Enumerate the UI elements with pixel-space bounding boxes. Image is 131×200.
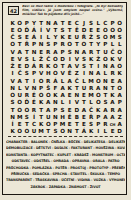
grid-cell: P [95,113,102,120]
grid-cell: K [109,92,116,99]
grid-cell: Y [52,34,59,41]
grid-cell: V [59,70,66,77]
grid-cell: I [38,34,45,41]
grid-cell: R [102,121,109,128]
grid-cell: E [109,128,116,135]
grid-cell: I [9,70,16,77]
grid-cell: A [16,77,23,84]
grid-cell: O [59,128,66,135]
grid-cell: S [59,26,66,33]
grid-cell: S [16,34,23,41]
grid-cell: O [16,128,23,135]
grid-cell: T [88,41,95,48]
grid-cell: F [52,84,59,91]
grid-cell: V [73,63,80,70]
grid-cell: O [52,63,59,70]
grid-cell: A [109,113,116,120]
grid-cell: K [9,19,16,26]
grid-cell: E [9,55,16,62]
grid-cell: C [73,19,80,26]
grid-cell: V [9,77,16,84]
grid-cell: A [95,70,102,77]
grid-cell: N [38,41,45,48]
grid-cell: J [80,19,87,26]
grid-cell: A [45,99,52,106]
grid-cell: Z [73,70,80,77]
grid-cell: R [45,77,52,84]
grid-cell: O [38,92,45,99]
grid-cell: Y [95,41,102,48]
grid-cell: D [23,63,30,70]
grid-cell: N [52,99,59,106]
grid-cell: V [9,48,16,55]
grid-cell: Ě [73,26,80,33]
grid-cell: L [80,77,87,84]
grid-cell: U [16,92,23,99]
grid-cell: O [116,63,123,70]
grid-cell: E [80,113,87,120]
grid-cell: A [59,92,66,99]
grid-cell: T [52,26,59,33]
grid-cell: O [66,41,73,48]
grid-cell: N [9,84,16,91]
grid-cell: S [80,55,87,62]
grid-cell: L [30,55,37,62]
grid-cell: S [88,19,95,26]
grid-cell: O [45,92,52,99]
grid-cell: I [95,128,102,135]
grid-cell: L [59,99,66,106]
grid-cell: T [45,128,52,135]
grid-cell: E [80,121,87,128]
grid-cell: Ž [38,55,45,62]
word-list: CHARAKTER - BALONEK - ČNĚLKA - BŮČEK - D… [6,139,125,190]
grid-cell: Č [9,34,16,41]
grid-cell: U [30,128,37,135]
grid-cell: O [9,92,16,99]
grid-cell: A [66,77,73,84]
grid-cell: V [73,99,80,106]
grid-cell: E [66,34,73,41]
grid-cell: A [16,48,23,55]
grid-cell: S [23,70,30,77]
grid-cell: M [88,92,95,99]
grid-cell: E [38,48,45,55]
grid-cell: M [16,113,23,120]
grid-cell: R [88,48,95,55]
grid-cell: I [66,55,73,62]
grid-cell: Y [30,19,37,26]
grid-cell: N [73,48,80,55]
grid-cell: T [73,121,80,128]
grid-cell: O [102,26,109,33]
grid-cell: S [80,63,87,70]
grid-cell: A [116,77,123,84]
grid-cell: É [30,99,37,106]
grid-cell: P [30,70,37,77]
grid-cell: O [16,26,23,33]
grid-cell: Ď [23,26,30,33]
grid-cell: L [95,19,102,26]
grid-cell: T [59,63,66,70]
grid-cell: V [16,55,23,62]
grid-cell: E [109,77,116,84]
grid-cell: E [88,26,95,33]
grid-cell: U [73,34,80,41]
grid-cell: R [88,84,95,91]
grid-cell: P [38,84,45,91]
word-list-line: ODSTAVEC - ODSTŘEL - OHRADA - OPRAVNA - … [6,158,125,164]
grid-cell: P [52,41,59,48]
grid-cell: M [88,77,95,84]
grid-cell: I [30,77,37,84]
grid-cell: Á [80,128,87,135]
grid-cell: D [80,26,87,33]
grid-cell: T [38,19,45,26]
grid-cell: A [66,63,73,70]
grid-cell: R [109,70,116,77]
grid-cell: O [9,41,16,48]
grid-cell: N [30,84,37,91]
grid-cell: O [102,55,109,62]
grid-cell: Ř [88,113,95,120]
grid-cell: O [116,19,123,26]
grid-cell: Ž [95,55,102,62]
grid-cell: CH [109,121,116,128]
grid-cell: B [73,113,80,120]
grid-cell: O [95,77,102,84]
grid-cell: Č [88,106,95,113]
puzzle-clue-text: Baví se muž rádce s modelkou i fotografa… [22,5,123,17]
grid-cell: Ď [23,99,30,106]
grid-cell: S [59,106,66,113]
grid-cell: V [116,55,123,62]
grid-cell: S [88,121,95,128]
grid-cell: Č [16,70,23,77]
grid-cell: P [109,19,116,26]
grid-cell: V [38,70,45,77]
grid-cell: E [66,19,73,26]
grid-cell: A [116,121,123,128]
grid-cell: N [102,63,109,70]
grid-cell: Í [38,26,45,33]
grid-cell: Ě [66,70,73,77]
grid-cell: K [109,55,116,62]
grid-cell: L [102,128,109,135]
grid-cell: E [66,92,73,99]
grid-cell: É [30,92,37,99]
grid-cell: T [80,99,87,106]
grid-cell: O [80,41,87,48]
word-list-line: DEMOBILIZACE - DĚTSTVÍ - DUDLÍK - FAKTUR… [6,145,125,151]
grid-cell: L [88,99,95,106]
grid-cell: U [80,84,87,91]
grid-cell: T [9,106,16,113]
grid-cell: N [102,77,109,84]
grid-cell: K [88,55,95,62]
grid-cell: O [16,19,23,26]
grid-cell: L [16,84,23,91]
grid-cell: N [102,84,109,91]
grid-cell: A [45,106,52,113]
grid-cell: L [116,41,123,48]
grid-cell: N [9,113,16,120]
grid-cell: T [109,84,116,91]
grid-cell: P [95,121,102,128]
grid-cell: T [23,48,30,55]
grid-cell: Í [30,113,37,120]
grid-cell: N [45,19,52,26]
grid-cell: L [45,34,52,41]
grid-cell: D [73,106,80,113]
grid-cell: P [59,48,66,55]
grid-cell: Č [45,55,52,62]
grid-cell: Á [30,63,37,70]
grid-cell: L [102,70,109,77]
grid-cell: S [45,41,52,48]
grid-cell: D [59,55,66,62]
grid-cell: E [80,92,87,99]
grid-cell: K [52,92,59,99]
grid-cell: I [80,70,87,77]
grid-cell: E [16,121,23,128]
grid-cell: O [23,106,30,113]
grid-cell: Ř [23,41,30,48]
grid-cell: Š [45,84,52,91]
grid-cell: V [73,55,80,62]
grid-cell: N [88,70,95,77]
grid-cell: O [109,26,116,33]
puzzle-number-box: 42 [8,6,19,15]
grid-cell: N [73,92,80,99]
grid-cell: O [116,48,123,55]
grid-cell: A [95,84,102,91]
grid-cell: V [45,26,52,33]
grid-cell: A [102,113,109,120]
grid-cell: O [23,128,30,135]
grid-cell: Ž [88,34,95,41]
grid-cell: K [95,106,102,113]
grid-cell: E [9,26,16,33]
grid-cell: Ě [66,113,73,120]
grid-cell: K [38,121,45,128]
grid-cell: O [16,106,23,113]
grid-cell: T [73,128,80,135]
grid-cell: O [116,26,123,33]
grid-cell: L [59,77,66,84]
grid-cell: T [38,113,45,120]
grid-cell: D [116,128,123,135]
grid-cell: N [30,48,37,55]
grid-cell: R [38,63,45,70]
grid-cell: Í [9,121,16,128]
grid-cell: C [102,19,109,26]
grid-cell: R [45,48,52,55]
grid-cell: I [95,63,102,70]
grid-cell: N [66,128,73,135]
grid-cell: P [52,121,59,128]
grid-cell: T [73,41,80,48]
grid-cell: Č [73,77,80,84]
grid-cell: L [109,41,116,48]
grid-cell: E [66,106,73,113]
grid-cell: P [116,99,123,106]
grid-cell: A [116,106,123,113]
grid-cell: M [38,128,45,135]
grid-cell: A [102,106,109,113]
grid-cell: P [23,19,30,26]
grid-cell: Ř [80,34,87,41]
grid-cell: A [116,92,123,99]
grid-cell: S [116,34,123,41]
grid-cell: Ž [9,63,16,70]
grid-cell: T [23,121,30,128]
grid-cell: A [109,63,116,70]
word-list-line: ZÁKROK - ZÁPADKA - ZNÁMOST - ŽIVOT [6,184,125,190]
grid-cell: H [45,70,52,77]
grid-cell: S [9,99,16,106]
grid-cell: O [38,77,45,84]
grid-cell: S [52,128,59,135]
grid-cell: T [88,63,95,70]
puzzle-number: 42 [10,8,17,14]
grid-cell: E [66,121,73,128]
grid-cell: O [95,99,102,106]
grid-cell: Z [116,113,123,120]
grid-cell: E [23,34,30,41]
grid-cell: O [16,99,23,106]
grid-cell: R [23,92,30,99]
grid-cell: T [95,48,102,55]
grid-cell: A [52,48,59,55]
grid-cell: A [59,84,66,91]
grid-cell: R [30,106,37,113]
grid-cell: M [59,121,66,128]
word-search-grid: KOPYTNATECJSLCPOEOĎÁÍVTSTĚDEEOOOČSEÁILYK… [9,19,123,135]
grid-cell: K [38,99,45,106]
grid-cell: S [23,113,30,120]
grid-cell: E [16,63,23,70]
grid-cell: I [66,99,73,106]
grid-cell: N [52,113,59,120]
grid-cell: T [23,77,30,84]
grid-cell: H [59,113,66,120]
grid-cell: A [109,99,116,106]
grid-cell: Č [109,48,116,55]
grid-cell: Á [30,26,37,33]
grid-cell: V [23,84,30,91]
grid-cell: O [52,70,59,77]
grid-cell: A [80,106,87,113]
word-list-line: TRANSPARENT - TŘASKAVINA - ÚČETNÍ - VIDI… [6,177,125,183]
grid-cell: O [116,84,123,91]
grid-cell: K [9,128,16,135]
grid-cell: T [38,106,45,113]
grid-cell: A [80,48,87,55]
grid-cell: R [109,106,116,113]
grid-cell: U [102,48,109,55]
grid-cell: U [45,113,52,120]
grid-cell: P [52,106,59,113]
grid-cell: A [52,19,59,26]
grid-cell: Á [30,34,37,41]
grid-cell: R [59,41,66,48]
grid-cell: P [30,41,37,48]
grid-cell: K [116,70,123,77]
grid-cell: K [88,128,95,135]
grid-cell: T [102,92,109,99]
grid-cell: O [95,92,102,99]
grid-cell: S [66,48,73,55]
grid-cell: T [16,41,23,48]
grid-cell: P [102,41,109,48]
grid-cell: S [23,55,30,62]
grid-cell: Á [52,77,59,84]
grid-cell: T [66,26,73,33]
grid-cell: C [30,121,37,128]
grid-cell: O [102,34,109,41]
grid-cell: S [102,99,109,106]
grid-cell: K [59,34,66,41]
grid-wordlist-divider [8,136,123,137]
grid-cell: K [66,84,73,91]
grid-cell: K [45,63,52,70]
grid-cell: T [73,84,80,91]
grid-cell: O [52,55,59,62]
grid-cell: O [45,121,52,128]
grid-cell: E [95,26,102,33]
grid-cell: M [109,34,116,41]
grid-cell: S [95,34,102,41]
grid-cell: T [59,19,66,26]
